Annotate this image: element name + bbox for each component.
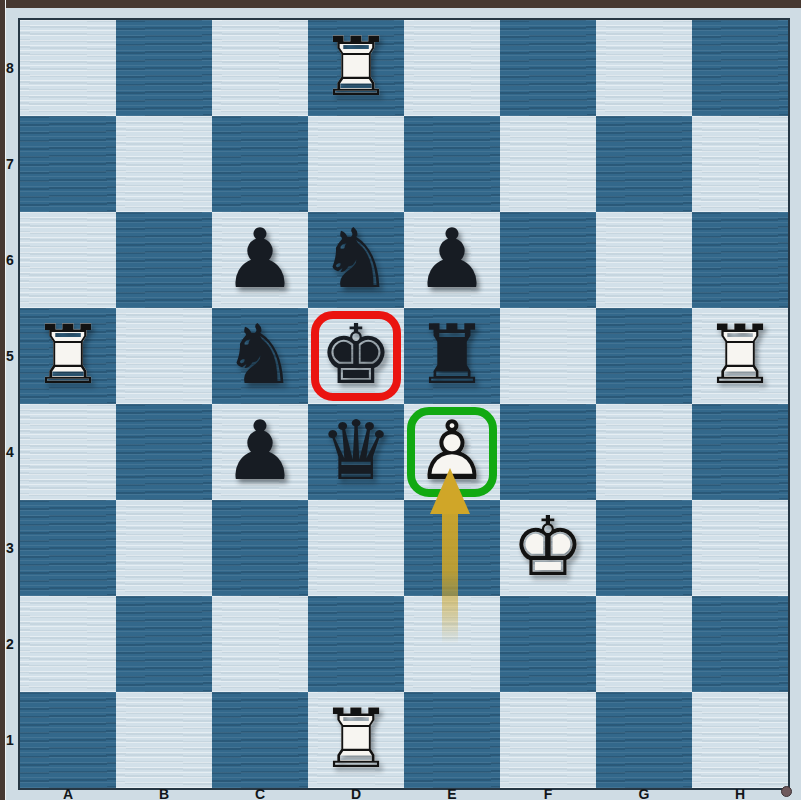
square-a4[interactable] xyxy=(20,404,116,500)
white-pawn-outline-glyph: ♙ xyxy=(404,404,500,500)
square-g6[interactable] xyxy=(596,212,692,308)
square-e4[interactable]: ♟♙ xyxy=(404,404,500,500)
square-c2[interactable] xyxy=(212,596,308,692)
square-f2[interactable] xyxy=(500,596,596,692)
piece-black-king-d5[interactable]: ♚ xyxy=(308,308,404,404)
piece-white-rook-h5[interactable]: ♜♖ xyxy=(692,308,788,404)
square-g5[interactable] xyxy=(596,308,692,404)
file-label-B: B xyxy=(154,786,174,800)
square-f8[interactable] xyxy=(500,20,596,116)
square-c4[interactable]: ♟ xyxy=(212,404,308,500)
square-c3[interactable] xyxy=(212,500,308,596)
square-d5[interactable]: ♚ xyxy=(308,308,404,404)
rank-label-5: 5 xyxy=(0,348,20,364)
square-g4[interactable] xyxy=(596,404,692,500)
square-e7[interactable] xyxy=(404,116,500,212)
rank-label-7: 7 xyxy=(0,156,20,172)
square-d1[interactable]: ♜♖ xyxy=(308,692,404,788)
square-a7[interactable] xyxy=(20,116,116,212)
square-b3[interactable] xyxy=(116,500,212,596)
square-g8[interactable] xyxy=(596,20,692,116)
square-c8[interactable] xyxy=(212,20,308,116)
square-e3[interactable] xyxy=(404,500,500,596)
file-label-H: H xyxy=(730,786,750,800)
square-b8[interactable] xyxy=(116,20,212,116)
rank-label-3: 3 xyxy=(0,540,20,556)
watermark-dot-icon xyxy=(781,786,792,797)
square-h2[interactable] xyxy=(692,596,788,692)
piece-white-pawn-e4[interactable]: ♟♙ xyxy=(404,404,500,500)
file-label-D: D xyxy=(346,786,366,800)
black-pawn-glyph: ♟ xyxy=(212,404,308,500)
square-d8[interactable]: ♜♖ xyxy=(308,20,404,116)
square-a2[interactable] xyxy=(20,596,116,692)
black-rook-glyph: ♜ xyxy=(404,308,500,404)
square-b4[interactable] xyxy=(116,404,212,500)
file-label-C: C xyxy=(250,786,270,800)
white-rook-outline-glyph: ♖ xyxy=(692,308,788,404)
file-label-G: G xyxy=(634,786,654,800)
chess-board: ♜♖♟♞♟♜♖♞♚♜♜♖♟♛♟♙♚♔♜♖ xyxy=(18,18,790,790)
square-h5[interactable]: ♜♖ xyxy=(692,308,788,404)
square-d2[interactable] xyxy=(308,596,404,692)
black-knight-glyph: ♞ xyxy=(308,212,404,308)
rank-label-1: 1 xyxy=(0,732,20,748)
black-pawn-glyph: ♟ xyxy=(404,212,500,308)
piece-white-king-f3[interactable]: ♚♔ xyxy=(500,500,596,596)
file-label-A: A xyxy=(58,786,78,800)
square-b7[interactable] xyxy=(116,116,212,212)
square-h1[interactable] xyxy=(692,692,788,788)
square-c7[interactable] xyxy=(212,116,308,212)
square-b6[interactable] xyxy=(116,212,212,308)
square-e2[interactable] xyxy=(404,596,500,692)
square-e8[interactable] xyxy=(404,20,500,116)
square-c6[interactable]: ♟ xyxy=(212,212,308,308)
square-d4[interactable]: ♛ xyxy=(308,404,404,500)
rank-label-6: 6 xyxy=(0,252,20,268)
square-d3[interactable] xyxy=(308,500,404,596)
square-c1[interactable] xyxy=(212,692,308,788)
square-f6[interactable] xyxy=(500,212,596,308)
square-h6[interactable] xyxy=(692,212,788,308)
rank-label-2: 2 xyxy=(0,636,20,652)
square-d7[interactable] xyxy=(308,116,404,212)
square-b1[interactable] xyxy=(116,692,212,788)
square-a8[interactable] xyxy=(20,20,116,116)
square-h8[interactable] xyxy=(692,20,788,116)
square-a3[interactable] xyxy=(20,500,116,596)
square-a5[interactable]: ♜♖ xyxy=(20,308,116,404)
piece-black-pawn-e6[interactable]: ♟ xyxy=(404,212,500,308)
square-f5[interactable] xyxy=(500,308,596,404)
file-label-F: F xyxy=(538,786,558,800)
black-pawn-glyph: ♟ xyxy=(212,212,308,308)
piece-white-rook-d8[interactable]: ♜♖ xyxy=(308,20,404,116)
square-e6[interactable]: ♟ xyxy=(404,212,500,308)
piece-black-knight-d6[interactable]: ♞ xyxy=(308,212,404,308)
square-g2[interactable] xyxy=(596,596,692,692)
square-a6[interactable] xyxy=(20,212,116,308)
square-c5[interactable]: ♞ xyxy=(212,308,308,404)
white-rook-outline-glyph: ♖ xyxy=(308,692,404,788)
piece-white-rook-a5[interactable]: ♜♖ xyxy=(20,308,116,404)
square-f1[interactable] xyxy=(500,692,596,788)
piece-black-pawn-c6[interactable]: ♟ xyxy=(212,212,308,308)
square-f3[interactable]: ♚♔ xyxy=(500,500,596,596)
rank-label-8: 8 xyxy=(0,60,20,76)
board-frame-left xyxy=(0,0,6,800)
white-king-outline-glyph: ♔ xyxy=(500,500,596,596)
square-a1[interactable] xyxy=(20,692,116,788)
white-rook-outline-glyph: ♖ xyxy=(308,20,404,116)
black-queen-glyph: ♛ xyxy=(308,404,404,500)
square-b2[interactable] xyxy=(116,596,212,692)
square-e1[interactable] xyxy=(404,692,500,788)
square-h7[interactable] xyxy=(692,116,788,212)
piece-white-rook-d1[interactable]: ♜♖ xyxy=(308,692,404,788)
file-label-E: E xyxy=(442,786,462,800)
square-b5[interactable] xyxy=(116,308,212,404)
rank-label-4: 4 xyxy=(0,444,20,460)
square-f4[interactable] xyxy=(500,404,596,500)
black-king-glyph: ♚ xyxy=(308,308,404,404)
square-e5[interactable]: ♜ xyxy=(404,308,500,404)
square-g7[interactable] xyxy=(596,116,692,212)
piece-black-rook-e5[interactable]: ♜ xyxy=(404,308,500,404)
black-knight-glyph: ♞ xyxy=(212,308,308,404)
square-g1[interactable] xyxy=(596,692,692,788)
square-d6[interactable]: ♞ xyxy=(308,212,404,308)
board-frame-top xyxy=(0,0,801,8)
white-rook-outline-glyph: ♖ xyxy=(20,308,116,404)
square-g3[interactable] xyxy=(596,500,692,596)
piece-black-queen-d4[interactable]: ♛ xyxy=(308,404,404,500)
piece-black-pawn-c4[interactable]: ♟ xyxy=(212,404,308,500)
square-f7[interactable] xyxy=(500,116,596,212)
square-h3[interactable] xyxy=(692,500,788,596)
square-h4[interactable] xyxy=(692,404,788,500)
piece-black-knight-c5[interactable]: ♞ xyxy=(212,308,308,404)
